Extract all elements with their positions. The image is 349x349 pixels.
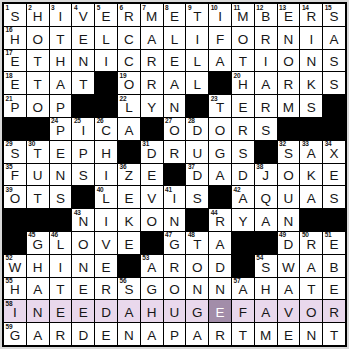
grid-cell[interactable]: 29S bbox=[4, 141, 26, 163]
grid-cell[interactable]: 59G bbox=[4, 323, 26, 345]
cell-letter: A bbox=[261, 306, 270, 322]
grid-cell[interactable]: 26C bbox=[95, 118, 117, 140]
grid-cell[interactable]: G bbox=[186, 300, 208, 322]
cell-letter: G bbox=[10, 329, 21, 345]
cell-number: 13 bbox=[279, 5, 286, 12]
grid-cell[interactable]: N bbox=[278, 209, 300, 231]
grid-cell[interactable]: O bbox=[300, 300, 322, 322]
grid-cell[interactable]: E bbox=[209, 300, 231, 322]
cell-letter: R bbox=[147, 78, 157, 94]
grid-cell[interactable]: A bbox=[323, 27, 345, 49]
grid-cell[interactable]: A bbox=[300, 255, 322, 277]
grid-cell[interactable]: R bbox=[141, 72, 163, 94]
grid-cell[interactable]: 6R bbox=[118, 4, 140, 26]
grid-cell[interactable]: E bbox=[118, 232, 140, 254]
grid-cell[interactable]: V bbox=[95, 232, 117, 254]
block-cell bbox=[232, 232, 254, 254]
grid-cell[interactable]: 11M bbox=[232, 4, 254, 26]
grid-cell[interactable]: 5E bbox=[95, 4, 117, 26]
cell-letter: A bbox=[193, 329, 202, 345]
cell-letter: A bbox=[307, 192, 316, 208]
cell-letter: R bbox=[124, 10, 134, 26]
cell-letter: O bbox=[283, 169, 294, 185]
cell-letter: S bbox=[261, 261, 270, 277]
cell-letter: A bbox=[216, 238, 225, 254]
cell-letter: G bbox=[215, 147, 226, 163]
cell-letter: D bbox=[284, 238, 294, 254]
grid-cell[interactable]: D bbox=[95, 300, 117, 322]
cell-letter: A bbox=[147, 33, 156, 49]
grid-cell[interactable]: O bbox=[209, 118, 231, 140]
cell-letter: I bbox=[173, 192, 177, 208]
cell-letter: E bbox=[330, 283, 339, 299]
grid-cell[interactable]: 56S bbox=[118, 278, 140, 300]
cell-letter: O bbox=[78, 238, 89, 254]
grid-cell[interactable]: E bbox=[95, 323, 117, 345]
grid-cell[interactable]: R bbox=[278, 72, 300, 94]
grid-cell[interactable]: 58I bbox=[4, 300, 26, 322]
grid-cell[interactable]: 53A bbox=[141, 255, 163, 277]
grid-cell[interactable]: 37D bbox=[186, 164, 208, 186]
cell-letter: R bbox=[56, 329, 66, 345]
cell-letter: A bbox=[238, 283, 247, 299]
cell-number: 57 bbox=[233, 278, 240, 285]
cell-number: 44 bbox=[211, 210, 218, 217]
cell-letter: E bbox=[102, 10, 111, 26]
cell-letter: S bbox=[124, 283, 133, 299]
grid-cell[interactable]: N bbox=[300, 323, 322, 345]
grid-cell[interactable]: 42A bbox=[232, 186, 254, 208]
grid-cell[interactable]: B bbox=[323, 255, 345, 277]
cell-letter: T bbox=[34, 55, 42, 71]
grid-cell[interactable]: T bbox=[323, 323, 345, 345]
grid-cell[interactable]: 47G bbox=[164, 232, 186, 254]
grid-cell[interactable]: E bbox=[323, 278, 345, 300]
cell-number: 22 bbox=[119, 96, 126, 103]
cell-letter: A bbox=[330, 33, 339, 49]
grid-cell[interactable]: P bbox=[164, 323, 186, 345]
cell-letter: I bbox=[104, 55, 108, 71]
grid-cell[interactable]: R bbox=[255, 27, 277, 49]
cell-letter: W bbox=[9, 261, 22, 277]
grid-cell[interactable]: R bbox=[95, 278, 117, 300]
cell-letter: U bbox=[284, 192, 294, 208]
cell-letter: E bbox=[330, 169, 339, 185]
cell-letter: C bbox=[101, 124, 111, 140]
grid-cell[interactable]: G bbox=[141, 278, 163, 300]
grid-cell[interactable]: O bbox=[232, 27, 254, 49]
grid-cell[interactable]: E bbox=[232, 95, 254, 117]
grid-cell[interactable]: T bbox=[300, 278, 322, 300]
grid-cell[interactable]: A bbox=[209, 50, 231, 72]
grid-cell[interactable]: 21P bbox=[4, 95, 26, 117]
grid-cell[interactable]: 44R bbox=[209, 209, 231, 231]
grid-cell[interactable]: K bbox=[300, 164, 322, 186]
grid-cell[interactable]: R bbox=[209, 323, 231, 345]
block-cell bbox=[72, 186, 94, 208]
grid-cell[interactable]: T bbox=[27, 186, 49, 208]
cell-number: 18 bbox=[6, 73, 13, 80]
grid-cell[interactable]: 13E bbox=[278, 4, 300, 26]
grid-cell[interactable]: T bbox=[232, 323, 254, 345]
grid-cell[interactable]: E bbox=[72, 27, 94, 49]
cell-number: 45 bbox=[28, 232, 35, 239]
cell-number: 6 bbox=[119, 5, 122, 12]
cell-letter: D bbox=[101, 306, 111, 322]
cell-letter: R bbox=[215, 215, 225, 231]
grid-cell[interactable]: H bbox=[95, 141, 117, 163]
cell-number: 16 bbox=[6, 27, 13, 34]
cell-letter: F bbox=[239, 306, 247, 322]
cell-letter: A bbox=[216, 169, 225, 185]
grid-cell[interactable]: U bbox=[186, 141, 208, 163]
cell-letter: S bbox=[330, 55, 339, 71]
grid-cell[interactable]: G bbox=[209, 141, 231, 163]
cell-letter: G bbox=[32, 238, 43, 254]
cell-letter: R bbox=[261, 33, 271, 49]
grid-cell[interactable]: 30T bbox=[27, 141, 49, 163]
cell-number: 41 bbox=[165, 187, 172, 194]
grid-cell[interactable]: O bbox=[27, 95, 49, 117]
grid-cell[interactable]: A bbox=[186, 323, 208, 345]
grid-cell[interactable]: Y bbox=[141, 95, 163, 117]
cell-number: 34 bbox=[325, 141, 332, 148]
grid-cell[interactable]: 2H bbox=[27, 4, 49, 26]
cell-letter: R bbox=[170, 261, 180, 277]
cell-letter: E bbox=[79, 283, 88, 299]
grid-cell[interactable]: A bbox=[118, 300, 140, 322]
grid-cell[interactable]: I bbox=[95, 164, 117, 186]
grid-cell[interactable]: S bbox=[323, 50, 345, 72]
grid-cell[interactable]: L bbox=[186, 72, 208, 94]
grid-cell[interactable]: R bbox=[141, 50, 163, 72]
grid-cell[interactable]: A bbox=[209, 164, 231, 186]
grid-cell[interactable]: R bbox=[164, 141, 186, 163]
grid-cell[interactable]: 24P bbox=[50, 118, 72, 140]
grid-cell[interactable]: 40L bbox=[95, 186, 117, 208]
grid-cell[interactable]: 15S bbox=[323, 4, 345, 26]
block-cell bbox=[95, 95, 117, 117]
grid-cell[interactable]: E bbox=[323, 164, 345, 186]
cell-number: 50 bbox=[302, 232, 309, 239]
grid-cell[interactable]: U bbox=[27, 164, 49, 186]
grid-cell[interactable]: N bbox=[27, 300, 49, 322]
grid-cell[interactable]: O bbox=[27, 27, 49, 49]
grid-cell[interactable]: 18E bbox=[4, 72, 26, 94]
grid-cell[interactable]: K bbox=[300, 72, 322, 94]
grid-cell[interactable]: 14R bbox=[300, 4, 322, 26]
block-cell bbox=[118, 255, 140, 277]
grid-cell[interactable]: Y bbox=[232, 209, 254, 231]
block-cell bbox=[141, 232, 163, 254]
grid-cell[interactable]: S bbox=[255, 118, 277, 140]
block-cell bbox=[27, 118, 49, 140]
grid-cell[interactable]: E bbox=[95, 255, 117, 277]
cell-letter: H bbox=[10, 33, 20, 49]
grid-cell[interactable]: 9T bbox=[186, 4, 208, 26]
grid-cell[interactable]: E bbox=[118, 186, 140, 208]
cell-letter: T bbox=[34, 147, 42, 163]
grid-cell[interactable]: 19O bbox=[118, 72, 140, 94]
grid-cell[interactable]: T bbox=[50, 27, 72, 49]
cell-letter: K bbox=[124, 215, 133, 231]
grid-cell[interactable]: L bbox=[186, 50, 208, 72]
grid-cell[interactable]: A bbox=[300, 186, 322, 208]
grid-cell[interactable]: I bbox=[186, 27, 208, 49]
grid-cell[interactable]: R bbox=[164, 255, 186, 277]
grid-cell[interactable]: S bbox=[232, 141, 254, 163]
grid-cell[interactable]: S bbox=[323, 186, 345, 208]
grid-cell[interactable]: 22L bbox=[118, 95, 140, 117]
grid-cell[interactable]: A bbox=[278, 278, 300, 300]
grid-cell[interactable]: 31D bbox=[141, 141, 163, 163]
grid-cell[interactable]: C bbox=[118, 50, 140, 72]
grid-cell[interactable]: D bbox=[232, 164, 254, 186]
grid-cell[interactable]: E bbox=[72, 300, 94, 322]
grid-cell[interactable]: O bbox=[186, 255, 208, 277]
cell-letter: O bbox=[238, 33, 249, 49]
cell-letter: G bbox=[169, 238, 180, 254]
grid-cell[interactable]: N bbox=[164, 95, 186, 117]
grid-cell[interactable]: Q bbox=[255, 186, 277, 208]
grid-cell[interactable]: A bbox=[118, 118, 140, 140]
grid-cell[interactable]: 16H bbox=[4, 27, 26, 49]
grid-cell[interactable]: 12B bbox=[255, 4, 277, 26]
grid-cell[interactable]: H bbox=[255, 278, 277, 300]
grid-cell[interactable]: A bbox=[255, 72, 277, 94]
grid-cell[interactable]: 54S bbox=[255, 255, 277, 277]
grid-cell[interactable]: 4V bbox=[72, 4, 94, 26]
grid-cell[interactable]: 25I bbox=[72, 118, 94, 140]
grid-cell[interactable]: A bbox=[164, 72, 186, 94]
grid-cell[interactable]: E bbox=[72, 278, 94, 300]
grid-cell[interactable]: 57A bbox=[232, 278, 254, 300]
cell-number: 19 bbox=[119, 73, 126, 80]
grid-cell[interactable]: O bbox=[278, 164, 300, 186]
cell-number: 14 bbox=[302, 5, 309, 12]
grid-cell[interactable]: 3I bbox=[50, 4, 72, 26]
cell-letter: N bbox=[215, 283, 225, 299]
grid-cell[interactable]: 34X bbox=[323, 141, 345, 163]
cell-letter: N bbox=[170, 101, 180, 117]
grid-cell[interactable]: A bbox=[255, 300, 277, 322]
grid-cell[interactable]: 43N bbox=[72, 209, 94, 231]
grid-cell[interactable]: S bbox=[72, 164, 94, 186]
grid-cell[interactable]: V bbox=[141, 186, 163, 208]
cell-letter: S bbox=[10, 10, 19, 26]
cell-letter: X bbox=[330, 147, 339, 163]
cell-letter: A bbox=[284, 283, 293, 299]
cell-number: 54 bbox=[256, 255, 263, 262]
grid-cell[interactable]: I bbox=[95, 50, 117, 72]
crossword-grid: 1S2H3I4V5E6R7M8E9T10I11M12B13E14R15S16HO… bbox=[2, 2, 347, 347]
grid-cell[interactable]: D bbox=[72, 323, 94, 345]
grid-cell[interactable]: A bbox=[50, 72, 72, 94]
block-cell bbox=[323, 118, 345, 140]
grid-cell[interactable]: 23T bbox=[209, 95, 231, 117]
grid-cell[interactable]: E bbox=[278, 323, 300, 345]
grid-cell[interactable]: N bbox=[118, 323, 140, 345]
cell-number: 37 bbox=[188, 164, 195, 171]
grid-cell[interactable]: N bbox=[50, 164, 72, 186]
grid-cell[interactable]: A bbox=[141, 27, 163, 49]
block-cell bbox=[255, 141, 277, 163]
cell-letter: H bbox=[238, 78, 248, 94]
cell-number: 42 bbox=[233, 187, 240, 194]
grid-cell[interactable]: S bbox=[186, 186, 208, 208]
cell-letter: O bbox=[169, 283, 180, 299]
grid-cell[interactable]: T bbox=[27, 72, 49, 94]
grid-cell[interactable]: N bbox=[164, 209, 186, 231]
cell-letter: N bbox=[306, 329, 316, 345]
grid-cell[interactable]: N bbox=[209, 278, 231, 300]
grid-cell[interactable]: 38J bbox=[255, 164, 277, 186]
cell-number: 46 bbox=[51, 232, 58, 239]
grid-cell[interactable]: 41I bbox=[164, 186, 186, 208]
grid-cell[interactable]: H bbox=[141, 300, 163, 322]
grid-cell[interactable]: 46L bbox=[50, 232, 72, 254]
cell-letter: H bbox=[56, 55, 66, 71]
cell-letter: S bbox=[10, 147, 19, 163]
grid-cell[interactable]: W bbox=[278, 255, 300, 277]
grid-cell[interactable]: 10I bbox=[209, 4, 231, 26]
cell-letter: D bbox=[192, 169, 202, 185]
block-cell bbox=[118, 141, 140, 163]
grid-cell[interactable]: 36Z bbox=[118, 164, 140, 186]
cell-letter: N bbox=[78, 55, 88, 71]
grid-cell[interactable]: 17E bbox=[4, 50, 26, 72]
cell-number: 15 bbox=[325, 5, 332, 12]
cell-number: 7 bbox=[142, 5, 145, 12]
grid-cell[interactable]: T bbox=[72, 72, 94, 94]
grid-cell[interactable]: R bbox=[50, 323, 72, 345]
cell-number: 9 bbox=[188, 5, 191, 12]
grid-cell[interactable]: S bbox=[300, 95, 322, 117]
grid-cell[interactable]: L bbox=[95, 27, 117, 49]
grid-cell[interactable]: I bbox=[95, 209, 117, 231]
grid-cell[interactable]: T bbox=[27, 50, 49, 72]
grid-cell[interactable]: U bbox=[164, 300, 186, 322]
cell-number: 56 bbox=[119, 278, 126, 285]
grid-cell[interactable]: H bbox=[27, 255, 49, 277]
grid-cell[interactable]: S bbox=[323, 72, 345, 94]
cell-letter: C bbox=[124, 33, 134, 49]
grid-cell[interactable]: N bbox=[72, 255, 94, 277]
grid-cell[interactable]: O bbox=[278, 50, 300, 72]
grid-cell[interactable]: A bbox=[209, 232, 231, 254]
grid-cell[interactable]: O bbox=[141, 209, 163, 231]
cell-letter: A bbox=[261, 215, 270, 231]
grid-cell[interactable]: I bbox=[50, 255, 72, 277]
grid-cell[interactable]: H bbox=[50, 50, 72, 72]
grid-cell[interactable]: 49D bbox=[278, 232, 300, 254]
cell-letter: N bbox=[33, 306, 43, 322]
grid-cell[interactable]: S bbox=[50, 186, 72, 208]
grid-cell[interactable]: E bbox=[50, 300, 72, 322]
grid-cell[interactable]: M bbox=[278, 95, 300, 117]
grid-cell[interactable]: 7M bbox=[141, 4, 163, 26]
grid-cell[interactable]: O bbox=[72, 232, 94, 254]
cell-letter: D bbox=[215, 261, 225, 277]
cell-letter: L bbox=[57, 238, 65, 254]
cell-number: 2 bbox=[28, 5, 31, 12]
cell-letter: A bbox=[33, 283, 42, 299]
grid-cell[interactable]: R bbox=[232, 118, 254, 140]
grid-cell[interactable]: N bbox=[300, 50, 322, 72]
grid-cell[interactable]: R bbox=[323, 300, 345, 322]
grid-cell[interactable]: 8E bbox=[164, 4, 186, 26]
grid-cell[interactable]: 48T bbox=[186, 232, 208, 254]
grid-cell[interactable]: P bbox=[72, 141, 94, 163]
grid-cell[interactable]: 50R bbox=[300, 232, 322, 254]
grid-cell[interactable]: T bbox=[232, 50, 254, 72]
grid-cell[interactable]: 39O bbox=[4, 186, 26, 208]
cell-number: 29 bbox=[6, 141, 13, 148]
grid-cell[interactable]: P bbox=[50, 95, 72, 117]
grid-cell[interactable]: K bbox=[118, 209, 140, 231]
grid-cell[interactable]: A bbox=[141, 323, 163, 345]
grid-cell[interactable]: C bbox=[118, 27, 140, 49]
grid-cell[interactable]: V bbox=[278, 300, 300, 322]
cell-number: 27 bbox=[165, 118, 172, 125]
grid-cell[interactable]: A bbox=[27, 323, 49, 345]
grid-cell[interactable]: I bbox=[255, 50, 277, 72]
grid-cell[interactable]: U bbox=[278, 186, 300, 208]
cell-letter: N bbox=[56, 169, 66, 185]
grid-cell[interactable]: 20H bbox=[232, 72, 254, 94]
grid-cell[interactable]: M bbox=[255, 323, 277, 345]
grid-cell[interactable]: 52W bbox=[4, 255, 26, 277]
grid-cell[interactable]: A bbox=[255, 209, 277, 231]
cell-letter: E bbox=[238, 101, 247, 117]
grid-cell[interactable]: 32S bbox=[278, 141, 300, 163]
grid-cell[interactable]: A bbox=[27, 278, 49, 300]
grid-cell[interactable]: N bbox=[72, 50, 94, 72]
cell-letter: O bbox=[32, 101, 43, 117]
grid-cell[interactable]: O bbox=[164, 278, 186, 300]
grid-cell[interactable]: 51E bbox=[323, 232, 345, 254]
grid-cell[interactable]: E bbox=[50, 141, 72, 163]
grid-cell[interactable]: E bbox=[164, 50, 186, 72]
grid-cell[interactable]: R bbox=[255, 95, 277, 117]
grid-cell[interactable]: 33A bbox=[300, 141, 322, 163]
crossword-board: 1S2H3I4V5E6R7M8E9T10I11M12B13E14R15S16HO… bbox=[0, 0, 349, 349]
grid-cell[interactable]: 55H bbox=[4, 278, 26, 300]
grid-cell[interactable]: 28D bbox=[186, 118, 208, 140]
cell-number: 52 bbox=[6, 255, 13, 262]
cell-letter: H bbox=[147, 306, 157, 322]
cell-letter: I bbox=[104, 169, 108, 185]
grid-cell[interactable]: F bbox=[209, 27, 231, 49]
grid-cell[interactable]: N bbox=[278, 27, 300, 49]
cell-letter: O bbox=[10, 192, 21, 208]
grid-cell[interactable]: E bbox=[141, 164, 163, 186]
grid-cell[interactable]: 45G bbox=[27, 232, 49, 254]
grid-cell[interactable]: N bbox=[186, 278, 208, 300]
grid-cell[interactable]: I bbox=[300, 27, 322, 49]
block-cell bbox=[50, 209, 72, 231]
grid-cell[interactable]: D bbox=[209, 255, 231, 277]
cell-letter: E bbox=[170, 55, 179, 71]
grid-cell[interactable]: T bbox=[50, 278, 72, 300]
grid-cell[interactable]: 1S bbox=[4, 4, 26, 26]
grid-cell[interactable]: 35F bbox=[4, 164, 26, 186]
grid-cell[interactable]: F bbox=[232, 300, 254, 322]
cell-letter: C bbox=[124, 55, 134, 71]
grid-cell[interactable]: L bbox=[164, 27, 186, 49]
grid-cell[interactable]: 27O bbox=[164, 118, 186, 140]
cell-letter: K bbox=[307, 169, 316, 185]
